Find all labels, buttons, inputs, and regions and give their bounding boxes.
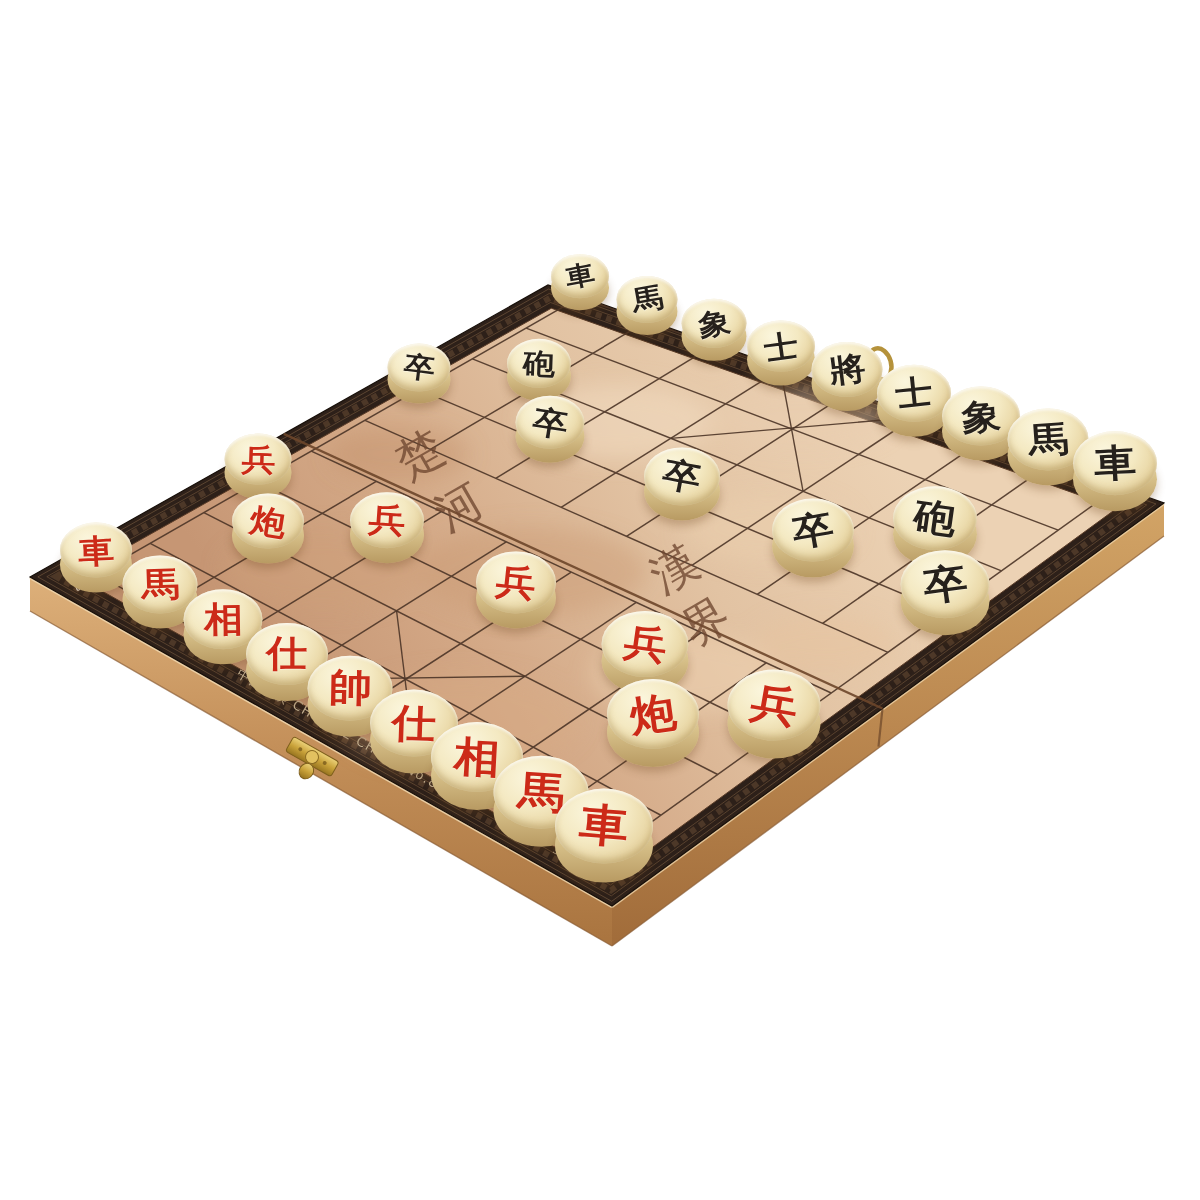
piece-black-rook[interactable]: 車 xyxy=(1073,431,1157,513)
piece-character: 象 xyxy=(960,397,1002,435)
piece-character: 兵 xyxy=(747,680,801,730)
piece-black-soldier[interactable]: 卒 xyxy=(772,499,854,580)
piece-black-elephant[interactable]: 象 xyxy=(682,299,747,362)
piece-black-general[interactable]: 將 xyxy=(812,342,883,412)
product-photo-stage: 楚河漢界ugulan中国象棋 CHINESE CHESS No.8/323mm … xyxy=(0,0,1200,1200)
piece-red-rook[interactable]: 車 xyxy=(60,523,132,594)
piece-character: 士 xyxy=(762,329,800,364)
piece-character: 卒 xyxy=(920,561,969,606)
piece-red-rook[interactable]: 車 xyxy=(555,789,653,885)
piece-character: 車 xyxy=(563,261,596,292)
piece-red-cannon[interactable]: 炮 xyxy=(232,494,304,565)
piece-character: 卒 xyxy=(660,456,704,497)
piece-character: 卒 xyxy=(530,404,569,441)
piece-character: 馬 xyxy=(629,283,664,316)
piece-character: 將 xyxy=(827,351,867,388)
piece-character: 仕 xyxy=(267,636,308,673)
piece-character: 象 xyxy=(696,307,732,340)
piece-character: 卒 xyxy=(790,508,837,551)
piece-red-soldier[interactable]: 兵 xyxy=(476,551,556,630)
piece-character: 兵 xyxy=(367,502,406,538)
piece-character: 士 xyxy=(894,375,934,412)
piece-character: 相 xyxy=(203,601,243,637)
piece-character: 卒 xyxy=(402,352,436,383)
piece-character: 仕 xyxy=(391,703,436,744)
piece-character: 馬 xyxy=(1027,420,1069,459)
piece-character: 砲 xyxy=(523,348,556,378)
piece-red-cannon[interactable]: 炮 xyxy=(607,679,699,769)
piece-character: 炮 xyxy=(627,690,678,737)
piece-character: 兵 xyxy=(621,622,669,666)
piece-black-rook[interactable]: 車 xyxy=(551,254,609,311)
piece-red-soldier[interactable]: 兵 xyxy=(350,492,424,564)
piece-black-horse[interactable]: 馬 xyxy=(617,276,678,336)
piece-character: 砲 xyxy=(912,497,959,540)
piece-character: 車 xyxy=(1093,443,1137,483)
piece-black-soldier[interactable]: 卒 xyxy=(901,550,990,637)
piece-black-cannon[interactable]: 砲 xyxy=(507,339,571,402)
piece-black-advisor[interactable]: 士 xyxy=(877,365,951,438)
piece-black-soldier[interactable]: 卒 xyxy=(644,447,720,521)
piece-character: 馬 xyxy=(140,567,179,603)
piece-character: 炮 xyxy=(248,502,289,540)
piece-character: 兵 xyxy=(240,443,275,475)
piece-character: 車 xyxy=(578,802,631,850)
piece-character: 帥 xyxy=(328,668,372,707)
piece-character: 車 xyxy=(77,533,115,567)
piece-character: 兵 xyxy=(494,562,538,602)
piece-red-soldier[interactable]: 兵 xyxy=(728,670,821,761)
piece-black-soldier[interactable]: 卒 xyxy=(388,344,451,405)
piece-black-advisor[interactable]: 士 xyxy=(747,321,815,387)
piece-black-soldier[interactable]: 卒 xyxy=(516,396,585,464)
piece-red-soldier[interactable]: 兵 xyxy=(225,434,292,500)
